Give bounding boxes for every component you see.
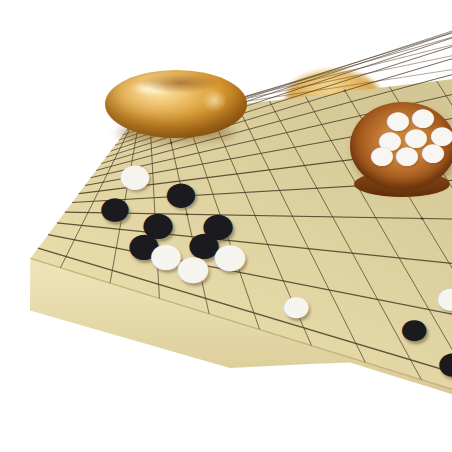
go-stone-white[interactable]: ● — [176, 251, 211, 285]
go-stone-black[interactable]: ● — [400, 315, 428, 343]
go-stone-white[interactable]: ● — [282, 292, 310, 320]
captured-white-stone: ● — [370, 143, 395, 167]
go-stone-white[interactable]: ● — [119, 159, 151, 191]
go-stone-black[interactable]: ● — [437, 348, 452, 379]
go-set-photo: ●●●●●●●●●●●●●●●●●●●●●● — [0, 0, 452, 452]
go-stone-white[interactable]: ● — [436, 283, 452, 312]
bowl-highlight — [202, 89, 228, 112]
go-stone-black[interactable]: ● — [99, 193, 130, 224]
captured-white-stone: ● — [395, 143, 420, 167]
wooden-go-bowl — [105, 70, 247, 138]
bowl-highlight — [131, 81, 168, 96]
bowl-rim-shadow — [139, 73, 221, 93]
captured-white-stone: ● — [421, 140, 446, 164]
go-stone-white[interactable]: ● — [213, 239, 248, 273]
